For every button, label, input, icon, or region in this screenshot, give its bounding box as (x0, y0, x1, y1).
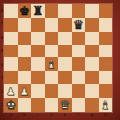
square-a7[interactable] (4, 18, 18, 32)
file-label-h: h (99, 113, 113, 120)
square-f3[interactable] (72, 71, 86, 84)
square-h4[interactable] (99, 57, 113, 71)
square-f2[interactable] (72, 84, 86, 98)
square-f8[interactable] (72, 4, 86, 18)
square-d8[interactable] (45, 4, 59, 18)
file-label-c: c (31, 113, 45, 120)
square-c8[interactable]: ♜ (31, 4, 45, 18)
square-f5[interactable] (72, 45, 86, 58)
white-pawn[interactable]: ♟ (4, 84, 18, 98)
square-c2[interactable] (31, 84, 45, 98)
square-h5[interactable] (99, 45, 113, 58)
square-a3[interactable] (4, 71, 18, 84)
square-a8[interactable] (4, 4, 18, 18)
square-g4[interactable] (85, 57, 99, 71)
file-label-d: d (45, 113, 59, 120)
square-h6[interactable] (99, 32, 113, 45)
square-h3[interactable] (99, 71, 113, 84)
square-f6[interactable] (72, 32, 86, 45)
white-king[interactable]: ♚ (4, 98, 18, 112)
square-h2[interactable] (99, 84, 113, 98)
square-f7[interactable]: ♛ (72, 18, 86, 32)
square-g7[interactable] (85, 18, 99, 32)
square-c6[interactable] (31, 32, 45, 45)
square-g3[interactable] (85, 71, 99, 84)
square-d1[interactable] (45, 98, 59, 112)
square-g2[interactable] (85, 84, 99, 98)
black-rook[interactable]: ♜ (31, 4, 45, 18)
square-d4[interactable]: ♝ (45, 57, 59, 71)
file-label-a: a (4, 113, 18, 120)
square-d5[interactable] (45, 45, 59, 58)
white-pawn[interactable]: ♟ (18, 84, 32, 98)
square-g8[interactable] (85, 4, 99, 18)
square-c5[interactable] (31, 45, 45, 58)
square-h7[interactable] (99, 18, 113, 32)
square-g1[interactable] (85, 98, 99, 112)
square-f4[interactable] (72, 57, 86, 71)
square-h1[interactable]: ♝ (99, 98, 113, 112)
square-b1[interactable] (18, 98, 32, 112)
square-e8[interactable] (58, 4, 72, 18)
file-labels: abcdefgh (4, 113, 112, 120)
square-d2[interactable] (45, 84, 59, 98)
square-f1[interactable] (72, 98, 86, 112)
square-e2[interactable] (58, 84, 72, 98)
square-g6[interactable] (85, 32, 99, 45)
square-e7[interactable] (58, 18, 72, 32)
square-g5[interactable] (85, 45, 99, 58)
square-b3[interactable] (18, 71, 32, 84)
square-e1[interactable]: ♛ (58, 98, 72, 112)
square-e3[interactable] (58, 71, 72, 84)
square-c3[interactable] (31, 71, 45, 84)
black-queen[interactable]: ♛ (72, 18, 86, 32)
square-h8[interactable] (99, 4, 113, 18)
square-d6[interactable] (45, 32, 59, 45)
square-d7[interactable] (45, 18, 59, 32)
black-king[interactable]: ♚ (18, 4, 32, 18)
square-a5[interactable] (4, 45, 18, 58)
square-e5[interactable] (58, 45, 72, 58)
square-d3[interactable] (45, 71, 59, 84)
board-frame: 87654321 ♚♜♛♝♟♟♚♛♝ abcdefgh (0, 0, 120, 120)
white-queen[interactable]: ♛ (58, 98, 72, 112)
square-e4[interactable] (58, 57, 72, 71)
file-label-b: b (18, 113, 32, 120)
square-b4[interactable] (18, 57, 32, 71)
square-a4[interactable] (4, 57, 18, 71)
square-c1[interactable] (31, 98, 45, 112)
white-bishop[interactable]: ♝ (99, 98, 113, 112)
square-b5[interactable] (18, 45, 32, 58)
white-bishop[interactable]: ♝ (45, 57, 59, 71)
square-b7[interactable] (18, 18, 32, 32)
file-label-g: g (85, 113, 99, 120)
square-b6[interactable] (18, 32, 32, 45)
file-label-f: f (72, 113, 86, 120)
square-c4[interactable] (31, 57, 45, 71)
square-c7[interactable] (31, 18, 45, 32)
square-b2[interactable]: ♟ (18, 84, 32, 98)
file-label-e: e (58, 113, 72, 120)
square-a6[interactable] (4, 32, 18, 45)
chessboard[interactable]: ♚♜♛♝♟♟♚♛♝ (4, 4, 112, 112)
square-a1[interactable]: ♚ (4, 98, 18, 112)
square-a2[interactable]: ♟ (4, 84, 18, 98)
square-e6[interactable] (58, 32, 72, 45)
square-b8[interactable]: ♚ (18, 4, 32, 18)
